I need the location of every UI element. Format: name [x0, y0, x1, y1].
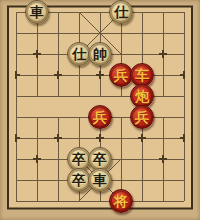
- piece-ivory-advisor[interactable]: 仕: [109, 0, 133, 24]
- piece-ivory-chariot[interactable]: 車: [88, 168, 112, 192]
- piece-ivory-chariot[interactable]: 車: [25, 0, 49, 24]
- board-intersections[interactable]: 車仕仕帥兵车炮兵兵卒卒卒車将: [6, 2, 195, 212]
- xiangqi-board[interactable]: 車仕仕帥兵车炮兵兵卒卒卒車将: [0, 0, 200, 220]
- piece-red-soldier[interactable]: 兵: [88, 105, 112, 129]
- piece-red-general[interactable]: 将: [109, 189, 133, 213]
- piece-ivory-general[interactable]: 帥: [88, 42, 112, 66]
- piece-red-soldier[interactable]: 兵: [130, 105, 154, 129]
